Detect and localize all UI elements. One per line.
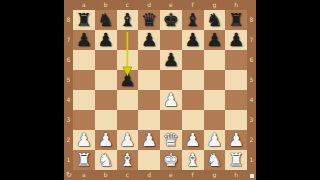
square-d4[interactable] xyxy=(138,90,160,110)
file-label-top-b: b xyxy=(95,2,117,8)
file-label-bottom-h: h xyxy=(225,172,247,178)
piece-black-pawn[interactable]: ♟ xyxy=(160,50,182,70)
rank-label-left-7: 7 xyxy=(64,30,73,50)
piece-white-rook[interactable]: ♜ xyxy=(73,150,95,170)
square-b2[interactable]: ♟ xyxy=(95,130,117,150)
file-label-bottom-c: c xyxy=(117,172,139,178)
rank-label-left-3: 3 xyxy=(64,110,73,130)
piece-black-pawn[interactable]: ♟ xyxy=(117,70,139,90)
square-a8[interactable]: ♜ xyxy=(73,10,95,30)
square-b3[interactable] xyxy=(95,110,117,130)
square-d8[interactable]: ♛ xyxy=(138,10,160,30)
square-a2[interactable]: ♟ xyxy=(73,130,95,150)
square-e2[interactable]: ♛ xyxy=(160,130,182,150)
file-label-top-a: a xyxy=(73,2,95,8)
square-a3[interactable] xyxy=(73,110,95,130)
piece-black-pawn[interactable]: ♟ xyxy=(138,30,160,50)
square-h7[interactable]: ♟ xyxy=(225,30,247,50)
piece-black-bishop[interactable]: ♝ xyxy=(117,10,139,30)
square-d7[interactable]: ♟ xyxy=(138,30,160,50)
piece-black-knight[interactable]: ♞ xyxy=(204,10,226,30)
piece-white-knight[interactable]: ♞ xyxy=(204,150,226,170)
square-h6[interactable] xyxy=(225,50,247,70)
square-c3[interactable] xyxy=(117,110,139,130)
square-d5[interactable] xyxy=(138,70,160,90)
square-d1[interactable] xyxy=(138,150,160,170)
piece-black-king[interactable]: ♚ xyxy=(160,10,182,30)
square-f7[interactable]: ♟ xyxy=(182,30,204,50)
square-a6[interactable] xyxy=(73,50,95,70)
square-f1[interactable]: ♝ xyxy=(182,150,204,170)
square-g8[interactable]: ♞ xyxy=(204,10,226,30)
piece-white-queen[interactable]: ♛ xyxy=(160,130,182,150)
file-label-bottom-f: f xyxy=(182,172,204,178)
square-a4[interactable] xyxy=(73,90,95,110)
square-c7[interactable] xyxy=(117,30,139,50)
square-f3[interactable] xyxy=(182,110,204,130)
piece-black-pawn[interactable]: ♟ xyxy=(204,30,226,50)
piece-black-bishop[interactable]: ♝ xyxy=(182,10,204,30)
rank-label-right-7: 7 xyxy=(247,30,256,50)
square-d3[interactable] xyxy=(138,110,160,130)
file-label-top-c: c xyxy=(117,2,139,8)
file-label-top-d: d xyxy=(138,2,160,8)
square-e3[interactable] xyxy=(160,110,182,130)
rank-label-left-5: 5 xyxy=(64,70,73,90)
rank-label-left-2: 2 xyxy=(64,130,73,150)
piece-white-king[interactable]: ♚ xyxy=(160,150,182,170)
square-b4[interactable] xyxy=(95,90,117,110)
square-g5[interactable] xyxy=(204,70,226,90)
square-c8[interactable]: ♝ xyxy=(117,10,139,30)
square-h3[interactable] xyxy=(225,110,247,130)
square-c6[interactable] xyxy=(117,50,139,70)
piece-white-pawn[interactable]: ♟ xyxy=(73,130,95,150)
piece-white-pawn[interactable]: ♟ xyxy=(182,130,204,150)
chess-board: ♜♞♝♛♚♝♞♜♟♟♟♟♟♟♟♟♟♟♟♟♟♛♟♟♟♜♞♝♚♝♞♜ aabbccd… xyxy=(64,0,256,180)
rank-label-right-3: 3 xyxy=(247,110,256,130)
video-frame: ♜♞♝♛♚♝♞♜♟♟♟♟♟♟♟♟♟♟♟♟♟♛♟♟♟♜♞♝♚♝♞♜ aabbccd… xyxy=(0,0,320,180)
square-e1[interactable]: ♚ xyxy=(160,150,182,170)
piece-white-bishop[interactable]: ♝ xyxy=(117,150,139,170)
square-g4[interactable] xyxy=(204,90,226,110)
piece-black-pawn[interactable]: ♟ xyxy=(95,30,117,50)
file-label-bottom-b: b xyxy=(95,172,117,178)
flip-board-icon[interactable]: ↻ xyxy=(66,172,72,179)
file-label-top-h: h xyxy=(225,2,247,8)
square-h5[interactable] xyxy=(225,70,247,90)
square-d6[interactable] xyxy=(138,50,160,70)
square-h8[interactable]: ♜ xyxy=(225,10,247,30)
rank-label-right-2: 2 xyxy=(247,130,256,150)
square-e6[interactable]: ♟ xyxy=(160,50,182,70)
piece-white-pawn[interactable]: ♟ xyxy=(160,90,182,110)
square-a1[interactable]: ♜ xyxy=(73,150,95,170)
square-d2[interactable]: ♟ xyxy=(138,130,160,150)
square-g6[interactable] xyxy=(204,50,226,70)
piece-black-rook[interactable]: ♜ xyxy=(73,10,95,30)
file-label-bottom-d: d xyxy=(138,172,160,178)
piece-white-pawn[interactable]: ♟ xyxy=(95,130,117,150)
piece-black-rook[interactable]: ♜ xyxy=(225,10,247,30)
square-f5[interactable] xyxy=(182,70,204,90)
rank-label-left-4: 4 xyxy=(64,90,73,110)
square-e5[interactable] xyxy=(160,70,182,90)
square-a7[interactable]: ♟ xyxy=(73,30,95,50)
piece-black-knight[interactable]: ♞ xyxy=(95,10,117,30)
rank-label-right-5: 5 xyxy=(247,70,256,90)
piece-black-queen[interactable]: ♛ xyxy=(138,10,160,30)
piece-black-pawn[interactable]: ♟ xyxy=(73,30,95,50)
rank-label-right-1: 1 xyxy=(247,150,256,170)
square-g7[interactable]: ♟ xyxy=(204,30,226,50)
piece-white-pawn[interactable]: ♟ xyxy=(204,130,226,150)
rank-label-right-6: 6 xyxy=(247,50,256,70)
board-grid: ♜♞♝♛♚♝♞♜♟♟♟♟♟♟♟♟♟♟♟♟♟♛♟♟♟♜♞♝♚♝♞♜ xyxy=(73,10,247,170)
square-b5[interactable] xyxy=(95,70,117,90)
piece-white-bishop[interactable]: ♝ xyxy=(182,150,204,170)
square-f8[interactable]: ♝ xyxy=(182,10,204,30)
square-e8[interactable]: ♚ xyxy=(160,10,182,30)
square-g1[interactable]: ♞ xyxy=(204,150,226,170)
piece-black-pawn[interactable]: ♟ xyxy=(182,30,204,50)
piece-white-rook[interactable]: ♜ xyxy=(225,150,247,170)
square-h4[interactable] xyxy=(225,90,247,110)
square-c5[interactable]: ♟ xyxy=(117,70,139,90)
square-a5[interactable] xyxy=(73,70,95,90)
file-label-top-e: e xyxy=(160,2,182,8)
square-h2[interactable]: ♟ xyxy=(225,130,247,150)
file-label-bottom-e: e xyxy=(160,172,182,178)
file-label-top-g: g xyxy=(204,2,226,8)
square-g3[interactable] xyxy=(204,110,226,130)
square-c2[interactable]: ♟ xyxy=(117,130,139,150)
rank-label-right-4: 4 xyxy=(247,90,256,110)
rank-label-left-1: 1 xyxy=(64,150,73,170)
fullscreen-icon[interactable] xyxy=(250,174,254,178)
square-e4[interactable]: ♟ xyxy=(160,90,182,110)
square-f6[interactable] xyxy=(182,50,204,70)
square-c4[interactable] xyxy=(117,90,139,110)
square-b8[interactable]: ♞ xyxy=(95,10,117,30)
piece-white-pawn[interactable]: ♟ xyxy=(225,130,247,150)
rank-label-left-6: 6 xyxy=(64,50,73,70)
rank-label-right-8: 8 xyxy=(247,10,256,30)
square-c1[interactable]: ♝ xyxy=(117,150,139,170)
square-e7[interactable] xyxy=(160,30,182,50)
square-b1[interactable]: ♞ xyxy=(95,150,117,170)
piece-white-knight[interactable]: ♞ xyxy=(95,150,117,170)
piece-white-pawn[interactable]: ♟ xyxy=(117,130,139,150)
file-label-top-f: f xyxy=(182,2,204,8)
square-g2[interactable]: ♟ xyxy=(204,130,226,150)
square-f4[interactable] xyxy=(182,90,204,110)
square-b6[interactable] xyxy=(95,50,117,70)
piece-white-pawn[interactable]: ♟ xyxy=(138,130,160,150)
square-b7[interactable]: ♟ xyxy=(95,30,117,50)
file-label-bottom-g: g xyxy=(204,172,226,178)
square-f2[interactable]: ♟ xyxy=(182,130,204,150)
square-h1[interactable]: ♜ xyxy=(225,150,247,170)
file-label-bottom-a: a xyxy=(73,172,95,178)
piece-black-pawn[interactable]: ♟ xyxy=(225,30,247,50)
rank-label-left-8: 8 xyxy=(64,10,73,30)
